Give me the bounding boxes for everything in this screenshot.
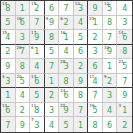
cell-r5c3[interactable]: 4 (30, 59, 45, 74)
cell-digit: 9 (20, 122, 25, 130)
cage-sum-label: 7 (31, 117, 34, 122)
cell-r7c3[interactable]: 5 (30, 88, 45, 103)
cell-digit: 9 (49, 19, 54, 27)
cell-r9c7[interactable]: 8 (88, 117, 103, 132)
cell-r4c7[interactable]: 3 (88, 45, 103, 60)
cell-digit: 8 (93, 122, 98, 130)
cell-r5c9[interactable]: 215 (117, 59, 132, 74)
cell-digit: 4 (49, 122, 54, 130)
cell-digit: 2 (49, 92, 54, 100)
cell-r2c6[interactable]: 4 (74, 16, 89, 31)
cell-r8c1[interactable]: 136 (1, 103, 16, 118)
cage-sum-label: 21 (89, 16, 94, 21)
cage-sum-label: 22 (60, 103, 65, 108)
cell-r1c2[interactable]: 1 (16, 1, 31, 16)
cell-r8c5[interactable]: 229 (59, 103, 74, 118)
cell-digit: 8 (107, 19, 112, 27)
cell-r2c4[interactable]: 99 (45, 16, 60, 31)
cell-digit: 5 (63, 122, 68, 130)
cell-r1c5[interactable]: 7 (59, 1, 74, 16)
cell-digit: 3 (20, 34, 25, 42)
cell-r4c9[interactable]: 8 (117, 45, 132, 60)
cell-r1c9[interactable]: 4 (117, 1, 132, 16)
cage-sum-label: 12 (75, 1, 80, 6)
cell-digit: 2 (107, 78, 112, 86)
cell-r1c3[interactable]: 152 (30, 1, 45, 16)
cage-sum-label: 20 (17, 74, 22, 79)
cell-r2c8[interactable]: 8 (103, 16, 118, 31)
cage-sum-label: 17 (31, 30, 36, 35)
cage-sum-label: 14 (2, 1, 7, 6)
cell-digit: 5 (5, 19, 10, 27)
cell-digit: 7 (49, 63, 54, 71)
cell-digit: 1 (49, 78, 54, 86)
cell-r7c4[interactable]: 2 (45, 88, 60, 103)
cell-digit: 6 (107, 122, 112, 130)
cell-digit: 2 (122, 122, 127, 130)
cell-r3c9[interactable]: 146 (117, 30, 132, 45)
cell-r5c2[interactable]: 8 (16, 59, 31, 74)
cell-digit: 2 (93, 34, 98, 42)
cell-digit: 3 (93, 48, 98, 56)
cell-r8c9[interactable]: 31 (117, 103, 132, 118)
cell-digit: 4 (122, 5, 127, 13)
cell-r4c4[interactable]: 5 (45, 45, 60, 60)
cell-r6c1[interactable]: 43 (1, 74, 16, 89)
cage-sum-label: 15 (31, 1, 36, 6)
cell-digit: 5 (78, 34, 83, 42)
cell-digit: 1 (5, 92, 10, 100)
cell-digit: 6 (93, 63, 98, 71)
cell-r2c9[interactable]: 3 (117, 16, 132, 31)
cell-digit: 7 (5, 122, 10, 130)
cage-sum-label: 6 (31, 45, 34, 50)
cell-r1c8[interactable]: 125 (103, 1, 118, 16)
cell-digit: 8 (49, 34, 54, 42)
cell-r3c7[interactable]: 2 (88, 30, 103, 45)
cell-digit: 3 (107, 92, 112, 100)
cell-r2c1[interactable]: 5 (1, 16, 16, 31)
cage-sum-label: 14 (60, 88, 65, 93)
cell-digit: 2 (63, 19, 68, 27)
cage-sum-label: 16 (60, 30, 65, 35)
cell-r3c5[interactable]: 161 (59, 30, 74, 45)
cell-digit: 7 (63, 5, 68, 13)
cell-digit: 3 (49, 107, 54, 115)
cell-r3c1[interactable]: 154 (1, 30, 16, 45)
cell-r6c3[interactable]: 146 (30, 74, 45, 89)
cell-r5c8[interactable]: 1 (103, 59, 118, 74)
cell-digit: 1 (20, 5, 25, 13)
cell-r3c2[interactable]: 3 (16, 30, 31, 45)
cage-sum-label: 26 (17, 45, 22, 50)
cell-r2c7[interactable]: 211 (88, 16, 103, 31)
cage-sum-label: 10 (104, 45, 109, 50)
cell-r1c6[interactable]: 123 (74, 1, 89, 16)
cage-sum-label: 12 (104, 1, 109, 6)
cell-r6c4[interactable]: 1 (45, 74, 60, 89)
cell-r6c6[interactable]: 9 (74, 74, 89, 89)
cell-digit: 2 (20, 107, 25, 115)
cell-r6c8[interactable]: 92 (103, 74, 118, 89)
cell-digit: 8 (122, 48, 127, 56)
cell-r5c7[interactable]: 6 (88, 59, 103, 74)
cell-r7c2[interactable]: 4 (16, 88, 31, 103)
cell-digit: 2 (78, 63, 83, 71)
cell-digit: 7 (93, 92, 98, 100)
cell-digit: 5 (34, 92, 39, 100)
cell-digit: 7 (107, 34, 112, 42)
cell-r7c8[interactable]: 3 (103, 88, 118, 103)
cell-r4c2[interactable]: 267 (16, 45, 31, 60)
cage-sum-label: 28 (60, 59, 65, 64)
cell-r9c4[interactable]: 4 (45, 117, 60, 132)
cell-r4c5[interactable]: 4 (59, 45, 74, 60)
cell-digit: 3 (122, 19, 127, 27)
killer-sudoku-board: 1481152671239125451667996242118315431798… (0, 0, 133, 133)
cell-r2c2[interactable]: 166 (16, 16, 31, 31)
cell-r5c4[interactable]: 7 (45, 59, 60, 74)
cage-sum-label: 13 (2, 103, 7, 108)
cell-digit: 5 (49, 48, 54, 56)
cell-digit: 4 (107, 107, 112, 115)
cell-digit: 7 (34, 19, 39, 27)
cell-digit: 7 (78, 107, 83, 115)
cell-r8c7[interactable]: 195 (88, 103, 103, 118)
cage-sum-label: 19 (89, 103, 94, 108)
cell-digit: 8 (63, 78, 68, 86)
cell-r5c6[interactable]: 2 (74, 59, 89, 74)
cage-sum-label: 9 (46, 16, 49, 21)
cell-r5c5[interactable]: 283 (59, 59, 74, 74)
cell-digit: 3 (34, 122, 39, 130)
cell-r6c9[interactable]: 7 (117, 74, 132, 89)
cell-digit: 1 (78, 122, 83, 130)
cell-digit: 9 (5, 63, 10, 71)
cell-r6c5[interactable]: 8 (59, 74, 74, 89)
cell-digit: 4 (20, 92, 25, 100)
cell-r8c2[interactable]: 2 (16, 103, 31, 118)
cell-r2c3[interactable]: 7 (30, 16, 45, 31)
cage-sum-label: 11 (31, 103, 36, 108)
cell-digit: 6 (78, 48, 83, 56)
cell-digit: 7 (122, 78, 127, 86)
cell-r5c1[interactable]: 9 (1, 59, 16, 74)
cage-sum-label: 16 (17, 16, 22, 21)
cage-sum-label: 9 (104, 74, 107, 79)
cell-r6c7[interactable]: 114 (88, 74, 103, 89)
cell-r8c3[interactable]: 118 (30, 103, 45, 118)
cell-digit: 9 (78, 78, 83, 86)
cell-r9c5[interactable]: 5 (59, 117, 74, 132)
cell-r8c6[interactable]: 7 (74, 103, 89, 118)
cell-r4c1[interactable]: 2 (1, 45, 16, 60)
cell-r2c5[interactable]: 62 (59, 16, 74, 31)
cell-r3c4[interactable]: 8 (45, 30, 60, 45)
cell-r3c3[interactable]: 179 (30, 30, 45, 45)
cell-digit: 9 (93, 5, 98, 13)
cell-digit: 6 (49, 5, 54, 13)
cell-digit: 8 (20, 63, 25, 71)
cell-digit: 2 (5, 48, 10, 56)
cell-digit: 1 (107, 63, 112, 71)
cell-r9c6[interactable]: 1 (74, 117, 89, 132)
cell-r1c7[interactable]: 9 (88, 1, 103, 16)
cell-r1c1[interactable]: 148 (1, 1, 16, 16)
cell-r9c9[interactable]: 2 (117, 117, 132, 132)
cell-r9c8[interactable]: 6 (103, 117, 118, 132)
cell-r9c3[interactable]: 73 (30, 117, 45, 132)
cell-digit: 1 (34, 48, 39, 56)
cage-sum-label: 15 (2, 30, 7, 35)
cell-r7c6[interactable]: 8 (74, 88, 89, 103)
cage-sum-label: 14 (31, 74, 36, 79)
cell-r6c2[interactable]: 205 (16, 74, 31, 89)
cell-r7c7[interactable]: 7 (88, 88, 103, 103)
cage-sum-label: 14 (118, 30, 123, 35)
cell-r9c2[interactable]: 9 (16, 117, 31, 132)
cage-sum-label: 21 (118, 59, 123, 64)
cage-sum-label: 3 (118, 103, 121, 108)
cell-r7c1[interactable]: 1 (1, 88, 16, 103)
cell-digit: 4 (78, 19, 83, 27)
cell-digit: 8 (78, 92, 83, 100)
cage-sum-label: 11 (89, 74, 94, 79)
cage-sum-label: 6 (60, 16, 63, 21)
cell-digit: 9 (122, 92, 127, 100)
cell-r1c4[interactable]: 6 (45, 1, 60, 16)
cell-digit: 1 (122, 107, 127, 115)
cell-r4c3[interactable]: 61 (30, 45, 45, 60)
cell-r8c8[interactable]: 4 (103, 103, 118, 118)
cell-r7c9[interactable]: 9 (117, 88, 132, 103)
cell-digit: 4 (63, 48, 68, 56)
cell-r7c5[interactable]: 146 (59, 88, 74, 103)
cell-r3c6[interactable]: 5 (74, 30, 89, 45)
cell-digit: 4 (34, 63, 39, 71)
cell-r8c4[interactable]: 3 (45, 103, 60, 118)
cell-r3c8[interactable]: 7 (103, 30, 118, 45)
cell-r4c8[interactable]: 109 (103, 45, 118, 60)
cage-sum-label: 4 (2, 74, 5, 79)
cell-r9c1[interactable]: 7 (1, 117, 16, 132)
cell-r4c6[interactable]: 6 (74, 45, 89, 60)
cell-digit: 3 (5, 78, 10, 86)
